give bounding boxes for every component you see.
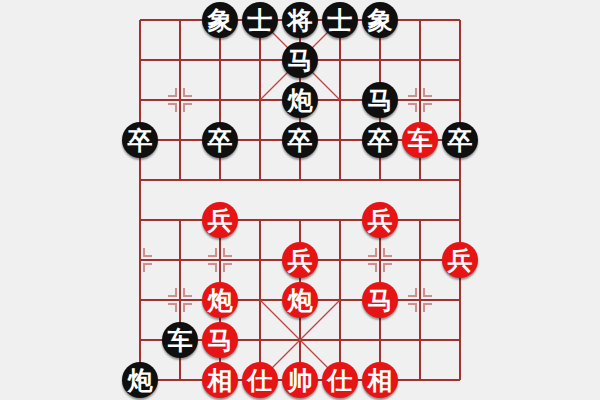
board-point[interactable] — [280, 160, 320, 200]
board-point[interactable] — [440, 160, 480, 200]
board-point[interactable]: 象 — [200, 0, 240, 40]
board-point[interactable] — [320, 80, 360, 120]
piece-red-soldier[interactable]: 兵 — [442, 242, 478, 278]
board-point[interactable] — [400, 360, 440, 400]
board-point[interactable] — [360, 40, 400, 80]
piece-red-general[interactable]: 帅 — [282, 362, 318, 398]
board-point[interactable] — [120, 280, 160, 320]
board-point[interactable]: 炮 — [120, 360, 160, 400]
board-point[interactable] — [240, 200, 280, 240]
board-point[interactable]: 象 — [360, 0, 400, 40]
board-point[interactable] — [360, 240, 400, 280]
board-point[interactable]: 士 — [320, 0, 360, 40]
board-point[interactable]: 相 — [360, 360, 400, 400]
xiangqi-app: 象士将士象马炮马卒卒卒卒车卒兵兵兵兵炮炮马车马炮相仕帅仕相 — [0, 0, 600, 400]
board-point[interactable]: 卒 — [200, 120, 240, 160]
board-point[interactable] — [400, 200, 440, 240]
board-point[interactable] — [440, 0, 480, 40]
board-point[interactable]: 兵 — [440, 240, 480, 280]
board-point[interactable] — [200, 80, 240, 120]
board-point[interactable] — [200, 160, 240, 200]
piece-red-soldier[interactable]: 兵 — [282, 242, 318, 278]
piece-red-soldier[interactable]: 兵 — [202, 202, 238, 238]
piece-black-horse[interactable]: 马 — [282, 42, 318, 78]
board-point[interactable]: 卒 — [360, 120, 400, 160]
board-point[interactable]: 炮 — [200, 280, 240, 320]
board-point[interactable] — [120, 160, 160, 200]
board-point[interactable] — [360, 320, 400, 360]
piece-black-cannon[interactable]: 炮 — [282, 82, 318, 118]
board-point[interactable] — [440, 40, 480, 80]
board-point[interactable] — [120, 320, 160, 360]
board-point[interactable] — [320, 280, 360, 320]
board-point[interactable] — [160, 240, 200, 280]
piece-red-chariot[interactable]: 车 — [402, 122, 438, 158]
board-point[interactable] — [160, 40, 200, 80]
xiangqi-board: 象士将士象马炮马卒卒卒卒车卒兵兵兵兵炮炮马车马炮相仕帅仕相 — [120, 0, 480, 400]
board-point[interactable]: 马 — [200, 320, 240, 360]
piece-red-cannon[interactable]: 炮 — [282, 282, 318, 318]
board-point[interactable]: 车 — [400, 120, 440, 160]
board-point[interactable] — [400, 240, 440, 280]
piece-black-soldier[interactable]: 卒 — [122, 122, 158, 158]
board-point[interactable] — [400, 320, 440, 360]
piece-black-advisor[interactable]: 士 — [322, 2, 358, 38]
board-point[interactable] — [280, 200, 320, 240]
piece-red-advisor[interactable]: 仕 — [322, 362, 358, 398]
piece-black-cannon[interactable]: 炮 — [122, 362, 158, 398]
board-point[interactable]: 卒 — [440, 120, 480, 160]
board-point[interactable] — [120, 80, 160, 120]
board-point[interactable] — [160, 120, 200, 160]
piece-black-soldier[interactable]: 卒 — [442, 122, 478, 158]
board-point[interactable] — [440, 320, 480, 360]
board-point[interactable] — [360, 160, 400, 200]
board-point[interactable]: 马 — [360, 280, 400, 320]
board-point[interactable] — [120, 200, 160, 240]
board-point[interactable] — [120, 0, 160, 40]
board-point[interactable]: 帅 — [280, 360, 320, 400]
board-point[interactable] — [240, 240, 280, 280]
board-point[interactable] — [240, 80, 280, 120]
board-point[interactable]: 仕 — [320, 360, 360, 400]
board-point[interactable] — [320, 120, 360, 160]
board-point[interactable] — [320, 160, 360, 200]
board-point[interactable] — [240, 320, 280, 360]
board-point[interactable] — [120, 240, 160, 280]
piece-black-chariot[interactable]: 车 — [162, 322, 198, 358]
board-point[interactable] — [400, 280, 440, 320]
board-point[interactable]: 车 — [160, 320, 200, 360]
piece-black-elephant[interactable]: 象 — [202, 2, 238, 38]
board-point[interactable] — [160, 280, 200, 320]
board-point[interactable] — [440, 200, 480, 240]
board-point[interactable] — [240, 40, 280, 80]
board-point[interactable]: 相 — [200, 360, 240, 400]
board-point[interactable] — [320, 240, 360, 280]
board-point[interactable] — [400, 160, 440, 200]
board-point[interactable] — [200, 40, 240, 80]
board-point[interactable] — [320, 40, 360, 80]
board-point[interactable] — [160, 0, 200, 40]
board-point[interactable]: 士 — [240, 0, 280, 40]
board-point[interactable] — [440, 80, 480, 120]
piece-red-horse[interactable]: 马 — [202, 322, 238, 358]
piece-red-elephant[interactable]: 相 — [202, 362, 238, 398]
board-point[interactable]: 将 — [280, 0, 320, 40]
board-point[interactable] — [280, 320, 320, 360]
piece-red-soldier[interactable]: 兵 — [362, 202, 398, 238]
piece-red-advisor[interactable]: 仕 — [242, 362, 278, 398]
board-point[interactable]: 仕 — [240, 360, 280, 400]
piece-black-soldier[interactable]: 卒 — [282, 122, 318, 158]
board-point[interactable] — [240, 160, 280, 200]
board-point[interactable] — [400, 40, 440, 80]
board-point[interactable]: 兵 — [200, 200, 240, 240]
board-point[interactable]: 兵 — [360, 200, 400, 240]
piece-red-horse[interactable]: 马 — [362, 282, 398, 318]
board-point[interactable] — [120, 40, 160, 80]
piece-black-general[interactable]: 将 — [282, 2, 318, 38]
board-point[interactable]: 马 — [280, 40, 320, 80]
board-point[interactable] — [320, 320, 360, 360]
piece-red-cannon[interactable]: 炮 — [202, 282, 238, 318]
board-point[interactable] — [200, 240, 240, 280]
board-point[interactable]: 卒 — [280, 120, 320, 160]
board-point[interactable] — [400, 0, 440, 40]
board-point[interactable] — [160, 160, 200, 200]
board-point[interactable]: 卒 — [120, 120, 160, 160]
board-point[interactable] — [240, 120, 280, 160]
piece-black-soldier[interactable]: 卒 — [202, 122, 238, 158]
board-point[interactable] — [440, 360, 480, 400]
piece-black-advisor[interactable]: 士 — [242, 2, 278, 38]
board-point[interactable]: 马 — [360, 80, 400, 120]
piece-black-soldier[interactable]: 卒 — [362, 122, 398, 158]
board-point[interactable]: 兵 — [280, 240, 320, 280]
board-point[interactable] — [160, 360, 200, 400]
board-point[interactable] — [400, 80, 440, 120]
board-point[interactable]: 炮 — [280, 80, 320, 120]
board-point[interactable] — [160, 200, 200, 240]
board-point[interactable] — [440, 280, 480, 320]
board-point[interactable] — [240, 280, 280, 320]
piece-black-horse[interactable]: 马 — [362, 82, 398, 118]
piece-black-elephant[interactable]: 象 — [362, 2, 398, 38]
piece-red-elephant[interactable]: 相 — [362, 362, 398, 398]
board-point[interactable] — [320, 200, 360, 240]
board-point[interactable]: 炮 — [280, 280, 320, 320]
board-point[interactable] — [160, 80, 200, 120]
